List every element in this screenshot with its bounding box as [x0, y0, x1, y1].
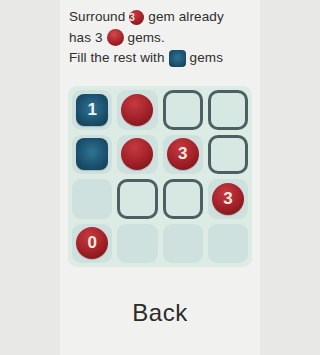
instruction-text: gems.	[128, 28, 165, 49]
cell-gem[interactable]	[72, 135, 112, 175]
blue-gem[interactable]: 1	[76, 94, 108, 126]
instruction-text: gem already	[148, 7, 223, 28]
cell-gem[interactable]	[117, 135, 157, 175]
cell-target[interactable]	[208, 135, 248, 175]
cell-gem[interactable]: 3	[208, 179, 248, 219]
puzzle-board: 1330	[68, 86, 252, 267]
cell-empty[interactable]	[163, 224, 203, 264]
instruction-text: Surround	[69, 7, 125, 28]
instruction-line-3: Fill the rest with gems	[69, 48, 258, 69]
red-gem[interactable]: 3	[212, 183, 244, 215]
game-screen: Surround 3 gem already has 3 gems. Fill …	[60, 0, 260, 355]
cell-target[interactable]	[163, 179, 203, 219]
red-gem-icon: 3	[129, 10, 144, 25]
blue-gem-icon	[169, 50, 186, 67]
cell-target[interactable]	[163, 90, 203, 130]
blue-gem[interactable]	[76, 138, 108, 170]
cell-target[interactable]	[117, 179, 157, 219]
cell-empty[interactable]	[117, 224, 157, 264]
cell-empty[interactable]	[208, 224, 248, 264]
red-gem[interactable]	[121, 138, 153, 170]
back-button[interactable]: Back	[60, 299, 260, 327]
cell-empty[interactable]	[72, 179, 112, 219]
cell-target[interactable]	[208, 90, 248, 130]
red-gem[interactable]	[121, 94, 153, 126]
red-gem[interactable]: 3	[167, 138, 199, 170]
instruction-text: gems	[190, 48, 223, 69]
instruction-text: has 3	[69, 28, 103, 49]
red-gem[interactable]: 0	[76, 227, 108, 259]
instruction-text: Fill the rest with	[69, 48, 165, 69]
red-gem-icon	[107, 29, 124, 46]
instruction-line-2: has 3 gems.	[69, 28, 258, 49]
cell-gem[interactable]	[117, 90, 157, 130]
instructions: Surround 3 gem already has 3 gems. Fill …	[69, 7, 258, 69]
cell-gem[interactable]: 0	[72, 224, 112, 264]
cell-gem[interactable]: 1	[72, 90, 112, 130]
cell-gem[interactable]: 3	[163, 135, 203, 175]
instruction-line-1: Surround 3 gem already	[69, 7, 258, 28]
